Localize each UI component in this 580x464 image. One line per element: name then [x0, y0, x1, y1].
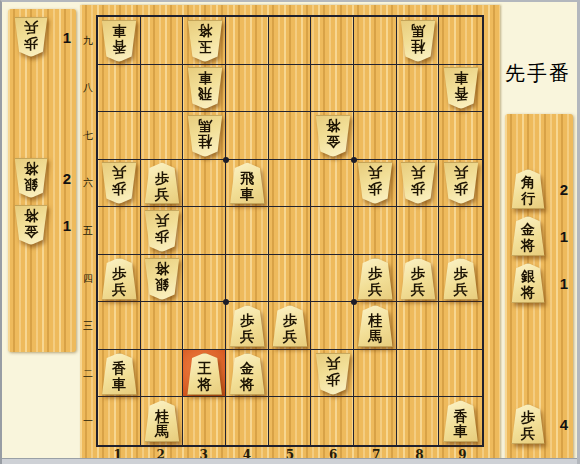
square-1七[interactable] — [98, 112, 141, 160]
piece-sente-金将-4二[interactable]: 金将 — [226, 350, 269, 398]
piece-gote-飛車-3八[interactable]: 飛車 — [183, 65, 226, 113]
sente-hand-角行[interactable]: 角行2 — [509, 167, 571, 211]
square-3一[interactable] — [183, 397, 226, 445]
sente-captured-stand: 角行2金将1銀将1歩兵4 — [505, 114, 573, 461]
square-3六[interactable] — [183, 160, 226, 208]
square-9七[interactable] — [439, 112, 482, 160]
square-7九[interactable] — [354, 17, 397, 65]
gote-hand-銀将[interactable]: 銀将2 — [12, 156, 74, 200]
square-5八[interactable] — [269, 65, 312, 113]
piece-gote-香車-1九[interactable]: 香車 — [98, 17, 141, 65]
piece-sente-香車-9一[interactable]: 香車 — [439, 397, 482, 445]
piece-gote-歩兵-6二[interactable]: 歩兵 — [311, 350, 354, 398]
sente-hand-count-角行: 2 — [560, 181, 571, 198]
square-4五[interactable] — [226, 207, 269, 255]
square-9九[interactable] — [439, 17, 482, 65]
square-2三[interactable] — [141, 302, 184, 350]
rank-label-九: 九 — [81, 17, 95, 65]
square-9五[interactable] — [439, 207, 482, 255]
square-5九[interactable] — [269, 17, 312, 65]
sente-hand-count-歩兵: 4 — [560, 416, 571, 433]
square-9二[interactable] — [439, 350, 482, 398]
piece-sente-歩兵-2六[interactable]: 歩兵 — [141, 160, 184, 208]
piece-sente-王将-3二[interactable]: 王将 — [183, 350, 226, 398]
piece-gote-桂馬-8九[interactable]: 桂馬 — [397, 17, 440, 65]
square-6八[interactable] — [311, 65, 354, 113]
piece-sente-歩兵-1四[interactable]: 歩兵 — [98, 255, 141, 303]
piece-gote-歩兵-9六[interactable]: 歩兵 — [439, 160, 482, 208]
square-2二[interactable] — [141, 350, 184, 398]
gote-hand-count-歩兵: 1 — [63, 29, 74, 46]
square-6一[interactable] — [311, 397, 354, 445]
square-9三[interactable] — [439, 302, 482, 350]
square-8七[interactable] — [397, 112, 440, 160]
gote-hand-count-金将: 1 — [63, 217, 74, 234]
window-bottom-edge — [2, 458, 580, 464]
piece-gote-玉将-3九[interactable]: 玉将 — [183, 17, 226, 65]
piece-gote-香車-9八[interactable]: 香車 — [439, 65, 482, 113]
square-1五[interactable] — [98, 207, 141, 255]
gote-captured-stand: 歩兵1銀将2金将1 — [8, 9, 76, 352]
rank-label-七: 七 — [81, 112, 95, 160]
rank-label-六: 六 — [81, 160, 95, 208]
square-5七[interactable] — [269, 112, 312, 160]
square-1一[interactable] — [98, 397, 141, 445]
square-3四[interactable] — [183, 255, 226, 303]
square-7一[interactable] — [354, 397, 397, 445]
piece-sente-歩兵-5三[interactable]: 歩兵 — [269, 302, 312, 350]
square-2七[interactable] — [141, 112, 184, 160]
piece-gote-桂馬-3七[interactable]: 桂馬 — [183, 112, 226, 160]
piece-gote-金将-6七[interactable]: 金将 — [311, 112, 354, 160]
piece-sente-歩兵-9四[interactable]: 歩兵 — [439, 255, 482, 303]
square-5六[interactable] — [269, 160, 312, 208]
square-6五[interactable] — [311, 207, 354, 255]
piece-sente-歩兵-4三[interactable]: 歩兵 — [226, 302, 269, 350]
sente-hand-count-金将: 1 — [560, 228, 571, 245]
square-5五[interactable] — [269, 207, 312, 255]
piece-sente-歩兵-8四[interactable]: 歩兵 — [397, 255, 440, 303]
piece-gote-歩兵-7六[interactable]: 歩兵 — [354, 160, 397, 208]
square-3五[interactable] — [183, 207, 226, 255]
sente-hand-金将[interactable]: 金将1 — [509, 214, 571, 258]
shogi-app-window: { "game": "shogi", "turn_indicator": "先手… — [0, 0, 580, 464]
rank-label-三: 三 — [81, 302, 95, 350]
square-3三[interactable] — [183, 302, 226, 350]
square-2八[interactable] — [141, 65, 184, 113]
square-7二[interactable] — [354, 350, 397, 398]
piece-gote-銀将-2四[interactable]: 銀将 — [141, 255, 184, 303]
square-4七[interactable] — [226, 112, 269, 160]
piece-sente-飛車-4六[interactable]: 飛車 — [226, 160, 269, 208]
square-6四[interactable] — [311, 255, 354, 303]
piece-gote-歩兵-2五[interactable]: 歩兵 — [141, 207, 184, 255]
board-panel: 九八七六五四三二一 香車玉将桂馬飛車香車桂馬金将歩兵歩兵飛車歩兵歩兵歩兵歩兵歩兵… — [80, 5, 500, 460]
rank-label-二: 二 — [81, 350, 95, 398]
square-5四[interactable] — [269, 255, 312, 303]
square-6三[interactable] — [311, 302, 354, 350]
piece-sente-歩兵-7四[interactable]: 歩兵 — [354, 255, 397, 303]
turn-indicator: 先手番 — [505, 60, 577, 87]
gote-hand-金将[interactable]: 金将1 — [12, 203, 74, 247]
sente-hand-銀将[interactable]: 銀将1 — [509, 261, 571, 305]
square-8五[interactable] — [397, 207, 440, 255]
piece-sente-桂馬-2一[interactable]: 桂馬 — [141, 397, 184, 445]
square-4一[interactable] — [226, 397, 269, 445]
piece-gote-歩兵-1六[interactable]: 歩兵 — [98, 160, 141, 208]
square-2九[interactable] — [141, 17, 184, 65]
rank-labels: 九八七六五四三二一 — [81, 17, 95, 445]
square-1八[interactable] — [98, 65, 141, 113]
square-4九[interactable] — [226, 17, 269, 65]
square-4四[interactable] — [226, 255, 269, 303]
square-7八[interactable] — [354, 65, 397, 113]
square-6九[interactable] — [311, 17, 354, 65]
rank-label-一: 一 — [81, 398, 95, 446]
square-7七[interactable] — [354, 112, 397, 160]
square-5二[interactable] — [269, 350, 312, 398]
gote-hand-count-銀将: 2 — [63, 170, 74, 187]
rank-label-四: 四 — [81, 255, 95, 303]
square-1三[interactable] — [98, 302, 141, 350]
sente-hand-歩兵[interactable]: 歩兵4 — [509, 402, 571, 446]
square-4八[interactable] — [226, 65, 269, 113]
rank-label-八: 八 — [81, 65, 95, 113]
sente-hand-count-銀将: 1 — [560, 275, 571, 292]
rank-label-五: 五 — [81, 207, 95, 255]
square-5一[interactable] — [269, 397, 312, 445]
piece-sente-桂馬-7三[interactable]: 桂馬 — [354, 302, 397, 350]
piece-gote-歩兵-8六[interactable]: 歩兵 — [397, 160, 440, 208]
square-8三[interactable] — [397, 302, 440, 350]
square-8一[interactable] — [397, 397, 440, 445]
square-7五[interactable] — [354, 207, 397, 255]
square-6六[interactable] — [311, 160, 354, 208]
piece-sente-香車-1二[interactable]: 香車 — [98, 350, 141, 398]
square-8八[interactable] — [397, 65, 440, 113]
square-8二[interactable] — [397, 350, 440, 398]
gote-hand-歩兵[interactable]: 歩兵1 — [12, 15, 74, 59]
